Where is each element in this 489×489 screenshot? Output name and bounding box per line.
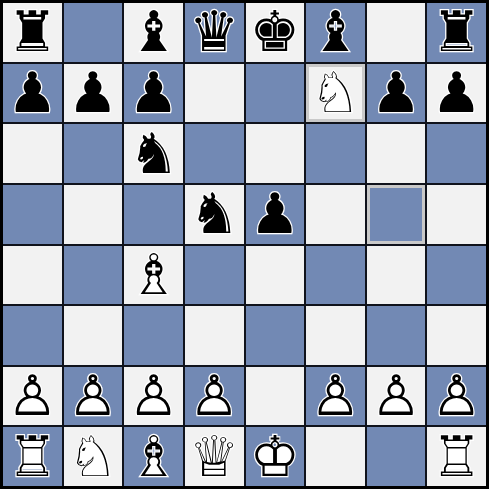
piece-glyph: ♟	[7, 65, 57, 121]
piece-glyph: ♝	[128, 4, 178, 60]
square-g4[interactable]	[367, 246, 426, 305]
black-queen[interactable]: ♛♛	[185, 3, 244, 62]
piece-glyph: ♘	[68, 429, 118, 485]
piece-glyph: ♚	[250, 4, 300, 60]
square-c6[interactable]: ♞♞	[124, 124, 183, 183]
square-f5[interactable]	[306, 185, 365, 244]
square-e8[interactable]: ♚♚	[246, 3, 305, 62]
piece-glyph: ♙	[371, 368, 421, 424]
square-d7[interactable]	[185, 64, 244, 123]
black-knight[interactable]: ♞♞	[185, 185, 244, 244]
black-bishop[interactable]: ♝♝	[124, 3, 183, 62]
black-knight[interactable]: ♞♞	[124, 124, 183, 183]
square-g3[interactable]	[367, 306, 426, 365]
square-c7[interactable]: ♟♟	[124, 64, 183, 123]
white-king[interactable]: ♚♔	[246, 427, 305, 486]
white-knight[interactable]: ♞♘	[64, 427, 123, 486]
square-a8[interactable]: ♜♜	[3, 3, 62, 62]
piece-glyph: ♜	[7, 4, 57, 60]
square-d8[interactable]: ♛♛	[185, 3, 244, 62]
black-pawn[interactable]: ♟♟	[64, 64, 123, 123]
square-h1[interactable]: ♜♖	[427, 427, 486, 486]
square-f4[interactable]	[306, 246, 365, 305]
black-pawn[interactable]: ♟♟	[246, 185, 305, 244]
piece-glyph: ♞	[189, 186, 239, 242]
white-bishop[interactable]: ♝♗	[124, 427, 183, 486]
square-b1[interactable]: ♞♘	[64, 427, 123, 486]
square-f7[interactable]: ♞♘	[306, 64, 365, 123]
square-a2[interactable]: ♟♙	[3, 367, 62, 426]
piece-glyph: ♙	[432, 368, 482, 424]
square-c1[interactable]: ♝♗	[124, 427, 183, 486]
square-a7[interactable]: ♟♟	[3, 64, 62, 123]
black-pawn[interactable]: ♟♟	[124, 64, 183, 123]
piece-glyph: ♝	[310, 4, 360, 60]
square-a4[interactable]	[3, 246, 62, 305]
square-b8[interactable]	[64, 3, 123, 62]
square-d2[interactable]: ♟♙	[185, 367, 244, 426]
black-bishop[interactable]: ♝♝	[306, 3, 365, 62]
piece-glyph: ♗	[128, 429, 178, 485]
square-a3[interactable]	[3, 306, 62, 365]
square-f3[interactable]	[306, 306, 365, 365]
square-d6[interactable]	[185, 124, 244, 183]
black-pawn[interactable]: ♟♟	[427, 64, 486, 123]
square-a5[interactable]	[3, 185, 62, 244]
white-pawn[interactable]: ♟♙	[306, 367, 365, 426]
white-pawn[interactable]: ♟♙	[64, 367, 123, 426]
square-e1[interactable]: ♚♔	[246, 427, 305, 486]
piece-glyph: ♖	[432, 429, 482, 485]
white-pawn[interactable]: ♟♙	[185, 367, 244, 426]
piece-glyph: ♟	[371, 65, 421, 121]
square-h6[interactable]	[427, 124, 486, 183]
piece-glyph: ♗	[128, 247, 178, 303]
square-e7[interactable]	[246, 64, 305, 123]
square-g6[interactable]	[367, 124, 426, 183]
white-pawn[interactable]: ♟♙	[124, 367, 183, 426]
square-e4[interactable]	[246, 246, 305, 305]
piece-glyph: ♟	[432, 65, 482, 121]
black-rook[interactable]: ♜♜	[427, 3, 486, 62]
piece-glyph: ♙	[128, 368, 178, 424]
square-b3[interactable]	[64, 306, 123, 365]
square-f6[interactable]	[306, 124, 365, 183]
chess-board: ♜♜♝♝♛♛♚♚♝♝♜♜♟♟♟♟♟♟♞♘♟♟♟♟♞♞♞♞♟♟♝♗♟♙♟♙♟♙♟♙…	[0, 0, 489, 489]
piece-glyph: ♔	[250, 429, 300, 485]
square-e3[interactable]	[246, 306, 305, 365]
square-h3[interactable]	[427, 306, 486, 365]
piece-glyph: ♙	[7, 368, 57, 424]
square-g1[interactable]	[367, 427, 426, 486]
white-pawn[interactable]: ♟♙	[3, 367, 62, 426]
square-c8[interactable]: ♝♝	[124, 3, 183, 62]
piece-glyph: ♜	[432, 4, 482, 60]
square-c3[interactable]	[124, 306, 183, 365]
square-d4[interactable]	[185, 246, 244, 305]
square-d3[interactable]	[185, 306, 244, 365]
white-queen[interactable]: ♛♕	[185, 427, 244, 486]
piece-glyph: ♖	[7, 429, 57, 485]
white-rook[interactable]: ♜♖	[3, 427, 62, 486]
square-f1[interactable]	[306, 427, 365, 486]
square-a1[interactable]: ♜♖	[3, 427, 62, 486]
square-d1[interactable]: ♛♕	[185, 427, 244, 486]
piece-glyph: ♙	[189, 368, 239, 424]
square-c4[interactable]: ♝♗	[124, 246, 183, 305]
white-pawn[interactable]: ♟♙	[427, 367, 486, 426]
white-bishop[interactable]: ♝♗	[124, 246, 183, 305]
square-h4[interactable]	[427, 246, 486, 305]
black-rook[interactable]: ♜♜	[3, 3, 62, 62]
square-h7[interactable]: ♟♟	[427, 64, 486, 123]
piece-glyph: ♞	[128, 126, 178, 182]
square-b2[interactable]: ♟♙	[64, 367, 123, 426]
white-knight[interactable]: ♞♘	[306, 64, 365, 123]
square-e5[interactable]: ♟♟	[246, 185, 305, 244]
piece-glyph: ♛	[189, 4, 239, 60]
piece-glyph: ♘	[310, 65, 360, 121]
square-d5[interactable]: ♞♞	[185, 185, 244, 244]
square-b7[interactable]: ♟♟	[64, 64, 123, 123]
square-g2[interactable]: ♟♙	[367, 367, 426, 426]
square-f2[interactable]: ♟♙	[306, 367, 365, 426]
square-h2[interactable]: ♟♙	[427, 367, 486, 426]
square-h8[interactable]: ♜♜	[427, 3, 486, 62]
square-b6[interactable]	[64, 124, 123, 183]
square-f8[interactable]: ♝♝	[306, 3, 365, 62]
white-rook[interactable]: ♜♖	[427, 427, 486, 486]
square-g5[interactable]	[367, 185, 426, 244]
piece-glyph: ♟	[68, 65, 118, 121]
square-c5[interactable]	[124, 185, 183, 244]
black-king[interactable]: ♚♚	[246, 3, 305, 62]
square-a6[interactable]	[3, 124, 62, 183]
square-e6[interactable]	[246, 124, 305, 183]
square-b5[interactable]	[64, 185, 123, 244]
white-pawn[interactable]: ♟♙	[367, 367, 426, 426]
black-pawn[interactable]: ♟♟	[367, 64, 426, 123]
piece-glyph: ♙	[310, 368, 360, 424]
piece-glyph: ♕	[189, 429, 239, 485]
piece-glyph: ♙	[68, 368, 118, 424]
piece-glyph: ♟	[250, 186, 300, 242]
square-e2[interactable]	[246, 367, 305, 426]
square-c2[interactable]: ♟♙	[124, 367, 183, 426]
square-g8[interactable]	[367, 3, 426, 62]
black-pawn[interactable]: ♟♟	[3, 64, 62, 123]
square-g7[interactable]: ♟♟	[367, 64, 426, 123]
square-h5[interactable]	[427, 185, 486, 244]
square-b4[interactable]	[64, 246, 123, 305]
piece-glyph: ♟	[128, 65, 178, 121]
